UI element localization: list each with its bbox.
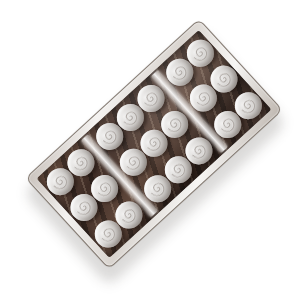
tray-base xyxy=(36,30,271,258)
cavity-grid xyxy=(39,33,269,256)
product-photo-canvas xyxy=(0,0,300,300)
